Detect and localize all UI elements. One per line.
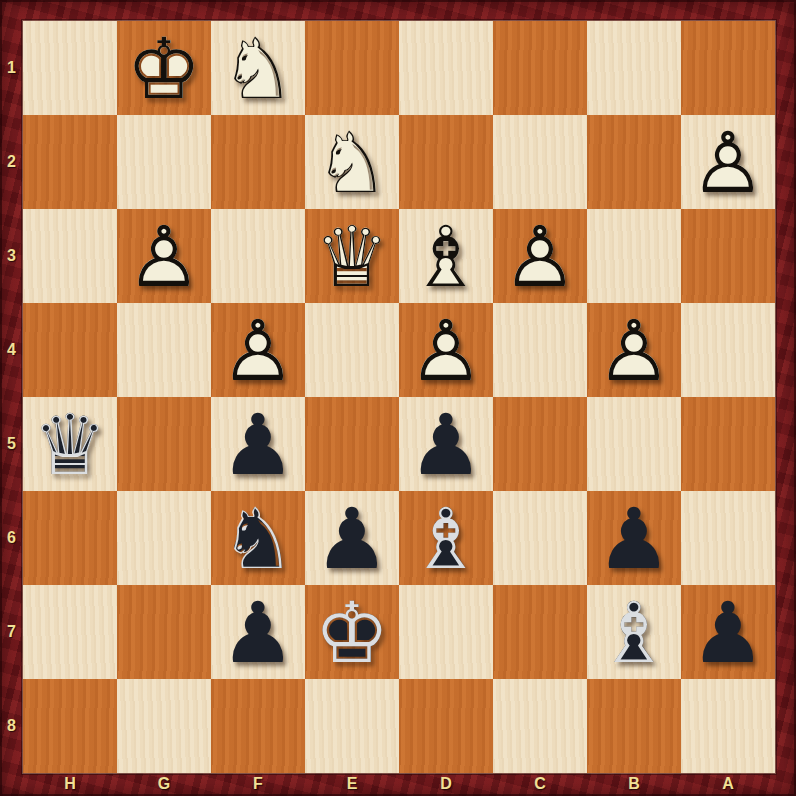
- square-c1[interactable]: [493, 21, 587, 115]
- file-label-h: H: [23, 773, 117, 796]
- square-a7[interactable]: ♟: [681, 585, 775, 679]
- square-g1[interactable]: ♚♔: [117, 21, 211, 115]
- square-g6[interactable]: [117, 491, 211, 585]
- rank-labels: 12345678: [0, 21, 23, 773]
- black-pawn: ♟: [587, 491, 681, 585]
- square-e6[interactable]: ♟: [305, 491, 399, 585]
- black-queen: ♛♕: [23, 397, 117, 491]
- square-e2[interactable]: ♞♘: [305, 115, 399, 209]
- square-d6[interactable]: ♝♗: [399, 491, 493, 585]
- square-a8[interactable]: [681, 679, 775, 773]
- square-d3[interactable]: ♝♗: [399, 209, 493, 303]
- square-a3[interactable]: [681, 209, 775, 303]
- square-d7[interactable]: [399, 585, 493, 679]
- square-g3[interactable]: ♟♙: [117, 209, 211, 303]
- square-a5[interactable]: [681, 397, 775, 491]
- square-d4[interactable]: ♟♙: [399, 303, 493, 397]
- square-b2[interactable]: [587, 115, 681, 209]
- square-d1[interactable]: [399, 21, 493, 115]
- square-h3[interactable]: [23, 209, 117, 303]
- black-king: ♚♔: [305, 585, 399, 679]
- square-d2[interactable]: [399, 115, 493, 209]
- square-h7[interactable]: [23, 585, 117, 679]
- black-pawn: ♟: [681, 585, 775, 679]
- white-king: ♚♔: [117, 21, 211, 115]
- white-pawn: ♟♙: [117, 209, 211, 303]
- black-knight: ♞♘: [211, 491, 305, 585]
- square-e4[interactable]: [305, 303, 399, 397]
- square-g8[interactable]: [117, 679, 211, 773]
- file-labels: HGFEDCBA: [23, 773, 775, 796]
- square-f1[interactable]: ♞♘: [211, 21, 305, 115]
- square-a4[interactable]: [681, 303, 775, 397]
- square-f7[interactable]: ♟: [211, 585, 305, 679]
- white-pawn: ♟♙: [681, 115, 775, 209]
- file-label-g: G: [117, 773, 211, 796]
- square-d8[interactable]: [399, 679, 493, 773]
- square-c3[interactable]: ♟♙: [493, 209, 587, 303]
- white-knight: ♞♘: [305, 115, 399, 209]
- square-e7[interactable]: ♚♔: [305, 585, 399, 679]
- file-label-e: E: [305, 773, 399, 796]
- square-b4[interactable]: ♟♙: [587, 303, 681, 397]
- square-f6[interactable]: ♞♘: [211, 491, 305, 585]
- square-b5[interactable]: [587, 397, 681, 491]
- file-label-c: C: [493, 773, 587, 796]
- white-pawn: ♟♙: [493, 209, 587, 303]
- white-queen: ♛♕: [305, 209, 399, 303]
- square-h8[interactable]: [23, 679, 117, 773]
- square-e8[interactable]: [305, 679, 399, 773]
- square-f5[interactable]: ♟: [211, 397, 305, 491]
- rank-label-7: 7: [0, 585, 23, 679]
- board-grid: ♚♔♞♘♞♘♟♙♟♙♛♕♝♗♟♙♟♙♟♙♟♙♛♕♟♟♞♘♟♝♗♟♟♚♔♝♗♟: [23, 21, 775, 773]
- square-f3[interactable]: [211, 209, 305, 303]
- square-a2[interactable]: ♟♙: [681, 115, 775, 209]
- square-c5[interactable]: [493, 397, 587, 491]
- white-bishop: ♝♗: [399, 209, 493, 303]
- rank-label-5: 5: [0, 397, 23, 491]
- square-h2[interactable]: [23, 115, 117, 209]
- square-b6[interactable]: ♟: [587, 491, 681, 585]
- white-pawn: ♟♙: [399, 303, 493, 397]
- square-f8[interactable]: [211, 679, 305, 773]
- square-e1[interactable]: [305, 21, 399, 115]
- file-label-f: F: [211, 773, 305, 796]
- square-f2[interactable]: [211, 115, 305, 209]
- square-g5[interactable]: [117, 397, 211, 491]
- black-pawn: ♟: [211, 397, 305, 491]
- square-a6[interactable]: [681, 491, 775, 585]
- rank-label-2: 2: [0, 115, 23, 209]
- square-b8[interactable]: [587, 679, 681, 773]
- chess-board-frame: 12345678 ♚♔♞♘♞♘♟♙♟♙♛♕♝♗♟♙♟♙♟♙♟♙♛♕♟♟♞♘♟♝♗…: [0, 0, 796, 796]
- white-knight: ♞♘: [211, 21, 305, 115]
- square-b3[interactable]: [587, 209, 681, 303]
- rank-label-1: 1: [0, 21, 23, 115]
- square-c6[interactable]: [493, 491, 587, 585]
- square-c2[interactable]: [493, 115, 587, 209]
- white-pawn: ♟♙: [587, 303, 681, 397]
- square-g4[interactable]: [117, 303, 211, 397]
- square-f4[interactable]: ♟♙: [211, 303, 305, 397]
- square-c4[interactable]: [493, 303, 587, 397]
- rank-label-6: 6: [0, 491, 23, 585]
- square-g2[interactable]: [117, 115, 211, 209]
- square-h4[interactable]: [23, 303, 117, 397]
- square-c7[interactable]: [493, 585, 587, 679]
- square-g7[interactable]: [117, 585, 211, 679]
- square-h5[interactable]: ♛♕: [23, 397, 117, 491]
- square-e3[interactable]: ♛♕: [305, 209, 399, 303]
- file-label-a: A: [681, 773, 775, 796]
- square-a1[interactable]: [681, 21, 775, 115]
- square-b7[interactable]: ♝♗: [587, 585, 681, 679]
- square-c8[interactable]: [493, 679, 587, 773]
- black-pawn: ♟: [399, 397, 493, 491]
- black-pawn: ♟: [211, 585, 305, 679]
- black-bishop: ♝♗: [587, 585, 681, 679]
- file-label-d: D: [399, 773, 493, 796]
- rank-label-4: 4: [0, 303, 23, 397]
- rank-label-8: 8: [0, 679, 23, 773]
- square-h1[interactable]: [23, 21, 117, 115]
- rank-label-3: 3: [0, 209, 23, 303]
- black-bishop: ♝♗: [399, 491, 493, 585]
- black-pawn: ♟: [305, 491, 399, 585]
- square-d5[interactable]: ♟: [399, 397, 493, 491]
- square-h6[interactable]: [23, 491, 117, 585]
- square-b1[interactable]: [587, 21, 681, 115]
- file-label-b: B: [587, 773, 681, 796]
- square-e5[interactable]: [305, 397, 399, 491]
- white-pawn: ♟♙: [211, 303, 305, 397]
